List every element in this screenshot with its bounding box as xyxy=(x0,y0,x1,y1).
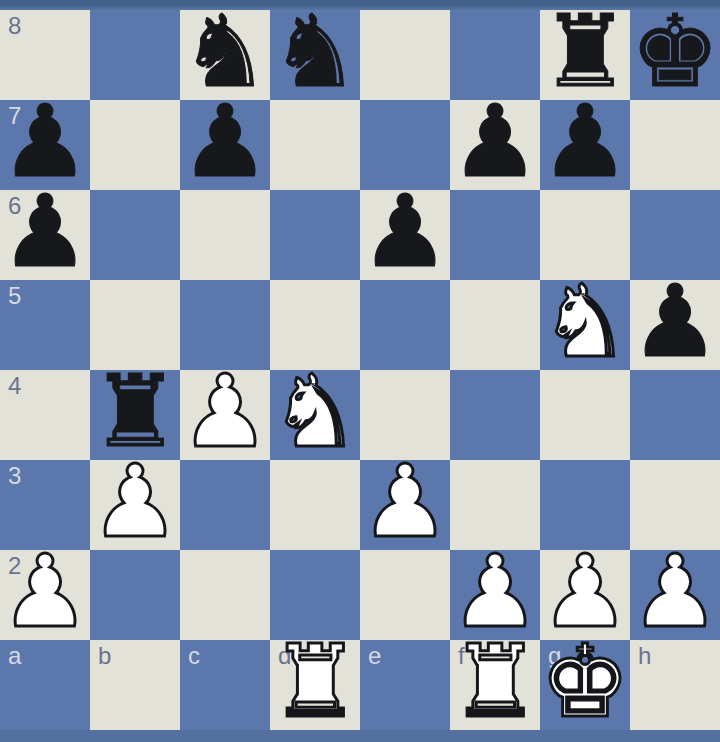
square-b1[interactable]: b xyxy=(90,640,180,730)
square-e2[interactable] xyxy=(360,550,450,640)
square-h7[interactable] xyxy=(630,100,720,190)
square-e6[interactable]: ♟ xyxy=(360,190,450,280)
square-e8[interactable] xyxy=(360,10,450,100)
square-e5[interactable] xyxy=(360,280,450,370)
black-pawn-g7-piece: ♟ xyxy=(540,97,630,187)
black-pawn-e6-piece: ♟ xyxy=(360,187,450,277)
square-d3[interactable] xyxy=(270,460,360,550)
white-rook-d1-piece: ♜ xyxy=(270,637,360,727)
square-a4[interactable]: 4 xyxy=(0,370,90,460)
square-f4[interactable] xyxy=(450,370,540,460)
square-h4[interactable] xyxy=(630,370,720,460)
square-d6[interactable] xyxy=(270,190,360,280)
white-pawn-c4-piece: ♟ xyxy=(180,367,270,457)
square-d4[interactable]: ♞ xyxy=(270,370,360,460)
square-h2[interactable]: ♟ xyxy=(630,550,720,640)
file-label-h: h xyxy=(638,643,651,669)
square-g5[interactable]: ♞ xyxy=(540,280,630,370)
white-pawn-b3-piece: ♟ xyxy=(90,457,180,547)
square-d7[interactable] xyxy=(270,100,360,190)
white-pawn-a2-piece: ♟ xyxy=(0,547,90,637)
square-b2[interactable] xyxy=(90,550,180,640)
square-d8[interactable]: ♞ xyxy=(270,10,360,100)
square-b3[interactable]: ♟ xyxy=(90,460,180,550)
square-h5[interactable]: ♟ xyxy=(630,280,720,370)
white-pawn-h2-piece: ♟ xyxy=(630,547,720,637)
rank-label-8: 8 xyxy=(8,13,21,39)
square-h8[interactable]: ♚ xyxy=(630,10,720,100)
file-label-c: c xyxy=(188,643,200,669)
square-d1[interactable]: d♜ xyxy=(270,640,360,730)
square-c7[interactable]: ♟ xyxy=(180,100,270,190)
square-g7[interactable]: ♟ xyxy=(540,100,630,190)
square-c6[interactable] xyxy=(180,190,270,280)
square-a2[interactable]: 2♟ xyxy=(0,550,90,640)
square-f7[interactable]: ♟ xyxy=(450,100,540,190)
file-label-b: b xyxy=(98,643,111,669)
square-b6[interactable] xyxy=(90,190,180,280)
square-c1[interactable]: c xyxy=(180,640,270,730)
square-e1[interactable]: e xyxy=(360,640,450,730)
rank-label-5: 5 xyxy=(8,283,21,309)
square-a6[interactable]: 6♟ xyxy=(0,190,90,280)
black-pawn-a6-piece: ♟ xyxy=(0,187,90,277)
square-h1[interactable]: h xyxy=(630,640,720,730)
square-c4[interactable]: ♟ xyxy=(180,370,270,460)
square-f5[interactable] xyxy=(450,280,540,370)
white-rook-f1-piece: ♜ xyxy=(450,637,540,727)
square-e3[interactable]: ♟ xyxy=(360,460,450,550)
square-f1[interactable]: f♜ xyxy=(450,640,540,730)
square-g4[interactable] xyxy=(540,370,630,460)
file-label-a: a xyxy=(8,643,21,669)
black-pawn-c7-piece: ♟ xyxy=(180,97,270,187)
file-label-e: e xyxy=(368,643,381,669)
square-a5[interactable]: 5 xyxy=(0,280,90,370)
square-f6[interactable] xyxy=(450,190,540,280)
black-pawn-h5-piece: ♟ xyxy=(630,277,720,367)
white-king-g1-piece: ♚ xyxy=(540,637,630,727)
square-c2[interactable] xyxy=(180,550,270,640)
rank-label-4: 4 xyxy=(8,373,21,399)
white-pawn-e3-piece: ♟ xyxy=(360,457,450,547)
white-knight-d4-piece: ♞ xyxy=(270,367,360,457)
square-b8[interactable] xyxy=(90,10,180,100)
square-g1[interactable]: g♚ xyxy=(540,640,630,730)
square-a1[interactable]: a xyxy=(0,640,90,730)
black-pawn-f7-piece: ♟ xyxy=(450,97,540,187)
square-b7[interactable] xyxy=(90,100,180,190)
chess-board: 8♞♞♜♚7♟♟♟♟6♟♟5♞♟4♜♟♞3♟♟2♟♟♟♟abcd♜ef♜g♚h xyxy=(0,10,720,730)
square-c3[interactable] xyxy=(180,460,270,550)
rank-label-3: 3 xyxy=(8,463,21,489)
black-king-h8-piece: ♚ xyxy=(630,7,720,97)
black-knight-d8-piece: ♞ xyxy=(270,7,360,97)
white-knight-g5-piece: ♞ xyxy=(540,277,630,367)
